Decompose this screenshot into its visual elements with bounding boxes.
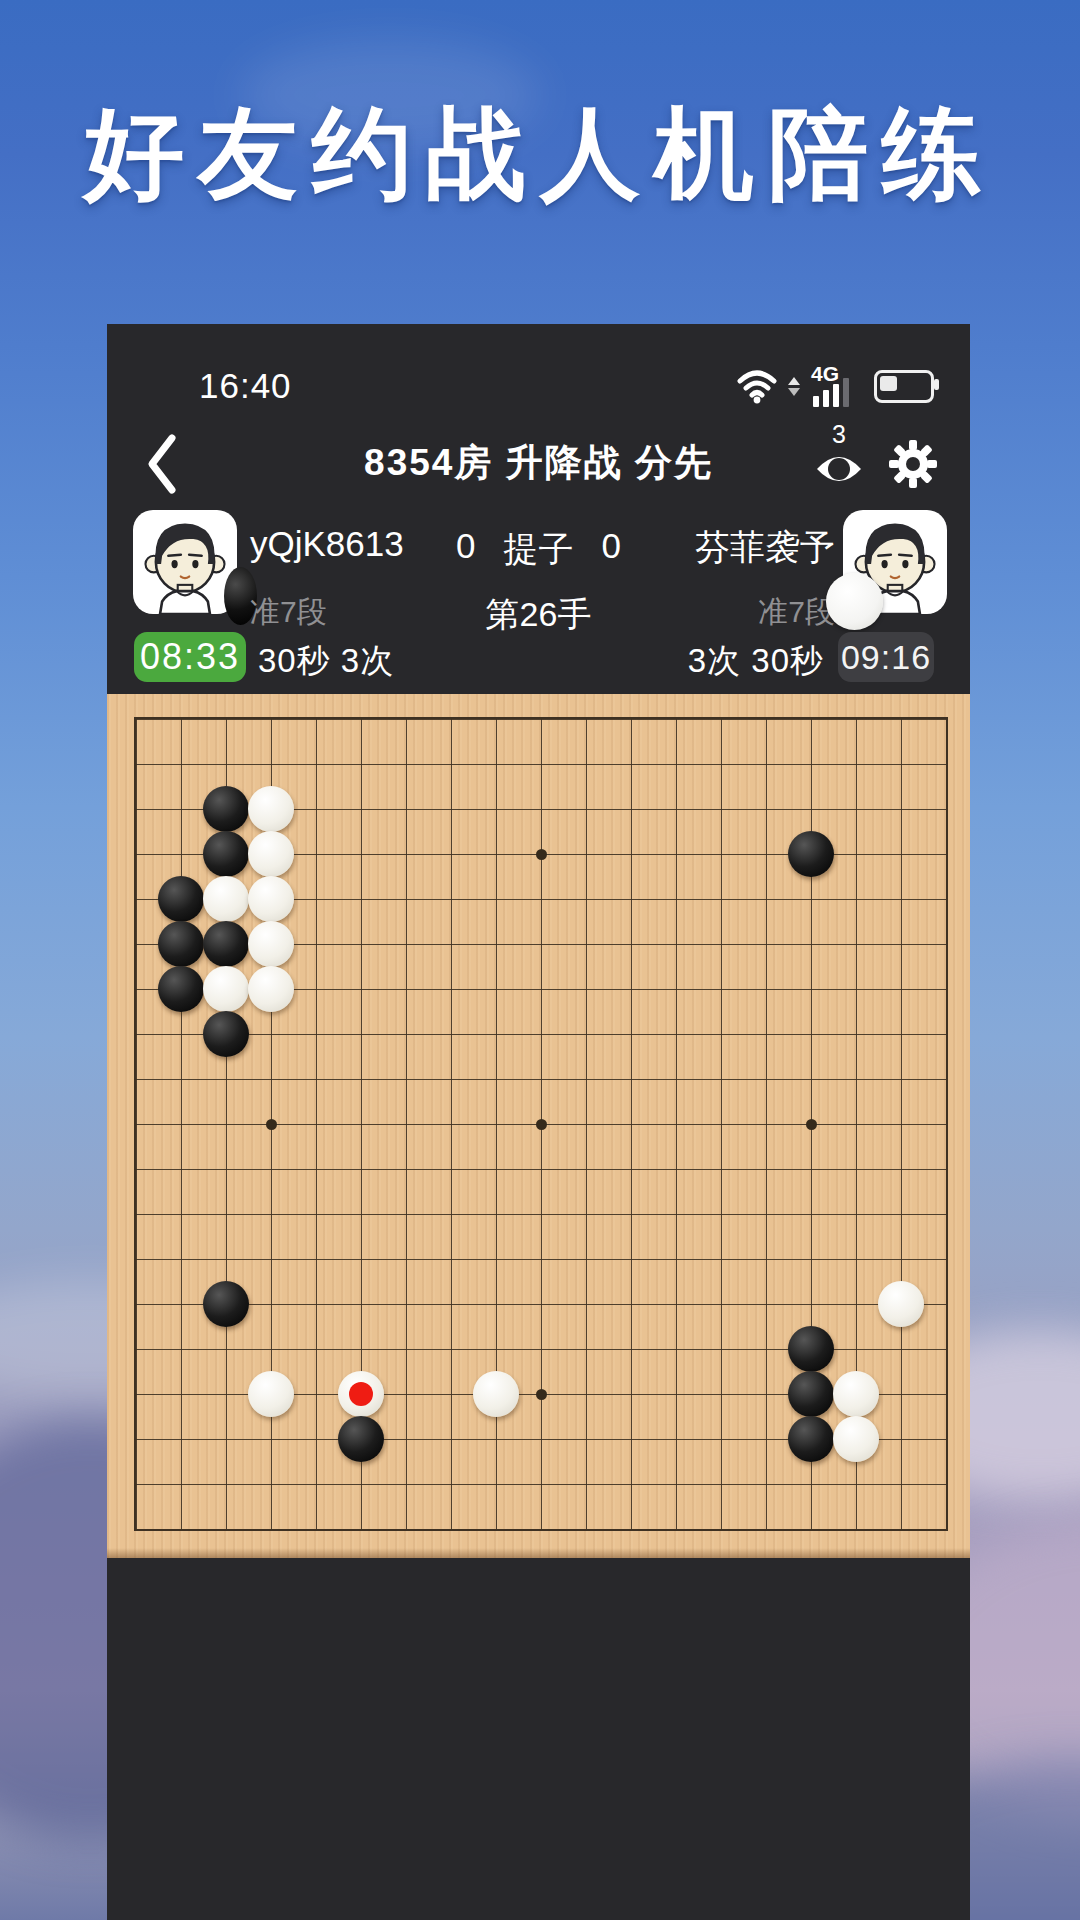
status-icons: 4G <box>737 364 934 408</box>
black-stone <box>203 831 249 877</box>
white-stone <box>248 876 294 922</box>
status-time: 16:40 <box>199 366 292 406</box>
white-stone <box>203 966 249 1012</box>
white-stone-badge <box>826 573 883 630</box>
right-player-byoyomi: 3次 30秒 <box>688 639 824 684</box>
right-player-clock: 09:16 <box>838 632 934 682</box>
black-stone <box>788 831 834 877</box>
black-stone <box>203 1011 249 1057</box>
black-stone <box>203 786 249 832</box>
right-player-name: 芬菲袭予 <box>695 524 835 571</box>
go-board-grid[interactable] <box>134 717 948 1531</box>
white-stone <box>473 1371 519 1417</box>
white-stone <box>248 786 294 832</box>
star-point <box>536 1389 547 1400</box>
left-player-clock: 08:33 <box>134 632 246 682</box>
black-stone <box>338 1416 384 1462</box>
black-stone <box>158 921 204 967</box>
captures-row: 0 提子 0 <box>107 526 970 573</box>
white-stone <box>248 831 294 877</box>
black-stone <box>158 966 204 1012</box>
left-captures-count: 0 <box>456 526 475 573</box>
eye-icon <box>812 451 866 487</box>
black-stone <box>158 876 204 922</box>
cellular-signal-icon: 4G <box>811 364 863 408</box>
left-player-byoyomi: 30秒 3次 <box>258 639 394 684</box>
black-stone <box>788 1326 834 1372</box>
spectators-button[interactable]: 3 <box>812 419 866 507</box>
black-stone <box>788 1416 834 1462</box>
white-stone <box>833 1416 879 1462</box>
white-stone <box>833 1371 879 1417</box>
last-move-marker <box>349 1382 373 1406</box>
battery-icon <box>874 370 934 403</box>
banner-title: 好友约战人机陪练 <box>0 88 1080 223</box>
captures-label: 提子 <box>504 526 574 573</box>
settings-button[interactable] <box>888 439 938 489</box>
data-arrows-icon <box>788 377 800 396</box>
star-point <box>536 849 547 860</box>
star-point <box>806 1119 817 1130</box>
right-player-rank: 准7段 <box>758 592 835 633</box>
app-panel: 16:40 4G 8354房 升降战 分先 3 <box>107 324 970 1920</box>
go-board[interactable] <box>107 694 970 1558</box>
nav-bar: 8354房 升降战 分先 3 <box>107 420 970 506</box>
black-stone <box>788 1371 834 1417</box>
white-stone <box>338 1371 384 1417</box>
white-stone <box>878 1281 924 1327</box>
white-stone <box>248 966 294 1012</box>
wifi-icon <box>737 368 777 404</box>
black-stone <box>203 921 249 967</box>
white-stone <box>248 1371 294 1417</box>
spectator-count: 3 <box>812 419 866 449</box>
screenshot-root: { "banner": { "title": "好友约战人机陪练" }, "st… <box>0 0 1080 1920</box>
white-stone <box>203 876 249 922</box>
black-stone <box>203 1281 249 1327</box>
white-stone <box>248 921 294 967</box>
right-captures-count: 0 <box>602 526 621 573</box>
star-point <box>266 1119 277 1130</box>
star-point <box>536 1119 547 1130</box>
